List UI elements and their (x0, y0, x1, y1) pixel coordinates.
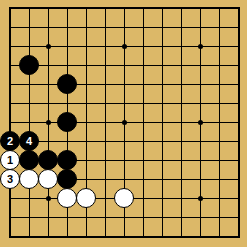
black-stone[interactable] (19, 55, 39, 75)
star-point (46, 120, 51, 125)
black-stone[interactable] (19, 150, 39, 170)
white-stone-move-3[interactable]: 3 (0, 169, 20, 189)
star-point (198, 44, 203, 49)
white-stone[interactable] (57, 188, 77, 208)
star-point (198, 120, 203, 125)
black-stone[interactable] (38, 150, 58, 170)
black-stone[interactable] (57, 112, 77, 132)
star-point (46, 196, 51, 201)
star-point (122, 120, 127, 125)
white-stone[interactable] (76, 188, 96, 208)
white-stone[interactable] (19, 169, 39, 189)
black-stone[interactable] (57, 74, 77, 94)
black-stone-move-4[interactable]: 4 (19, 131, 39, 151)
star-point (198, 196, 203, 201)
star-point (46, 44, 51, 49)
black-stone[interactable] (57, 169, 77, 189)
white-stone[interactable] (38, 169, 58, 189)
black-stone[interactable] (57, 150, 77, 170)
go-diagram: 2413 (0, 0, 247, 247)
white-stone-move-1[interactable]: 1 (0, 150, 20, 170)
black-stone-move-2[interactable]: 2 (0, 131, 20, 151)
white-stone[interactable] (114, 188, 134, 208)
star-point (122, 44, 127, 49)
